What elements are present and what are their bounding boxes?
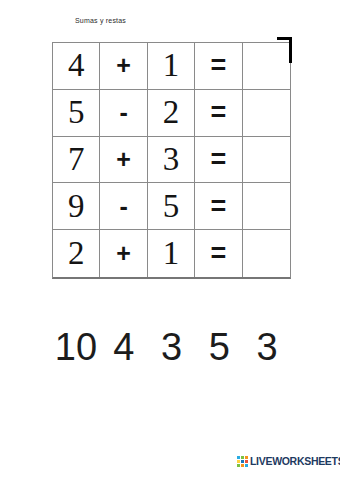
operand-cell: 5 <box>148 183 195 230</box>
answer-bank: 10 4 3 5 3 <box>52 326 291 364</box>
answer-cell[interactable] <box>243 137 290 184</box>
equations-table: 4 + 1 = 5 - 2 = 7 + 3 = 9 - 5 = 2 + 1 = <box>52 42 291 279</box>
equals-cell: = <box>195 137 242 184</box>
liveworksheets-logo: LIVEWORKSHEETS <box>237 455 340 467</box>
drop-zone-corner-mark <box>277 37 292 63</box>
operand-cell: 2 <box>148 90 195 137</box>
answer-cell[interactable] <box>243 90 290 137</box>
worksheet-page: { "game": "sumas-y-restas (addition and … <box>0 0 340 480</box>
answer-option[interactable]: 10 <box>52 326 100 369</box>
operator-cell: - <box>100 90 147 137</box>
equals-cell: = <box>195 230 242 277</box>
liveworksheets-wordmark: LIVEWORKSHEETS <box>250 455 340 467</box>
operator-cell: + <box>100 230 147 277</box>
equals-cell: = <box>195 43 242 90</box>
operator-cell: + <box>100 43 147 90</box>
answer-cell[interactable] <box>243 230 290 277</box>
operator-cell: + <box>100 137 147 184</box>
equals-cell: = <box>195 183 242 230</box>
operator-cell: - <box>100 183 147 230</box>
answer-option[interactable]: 3 <box>243 326 291 369</box>
worksheet-grid-icon <box>237 456 248 467</box>
operand-cell: 4 <box>53 43 100 90</box>
worksheet-title: Sumas y restas <box>75 17 126 24</box>
equals-cell: = <box>195 90 242 137</box>
answer-option[interactable]: 4 <box>100 326 148 369</box>
operand-cell: 2 <box>53 230 100 277</box>
answer-option[interactable]: 3 <box>148 326 196 369</box>
operand-cell: 3 <box>148 137 195 184</box>
operand-cell: 5 <box>53 90 100 137</box>
operand-cell: 9 <box>53 183 100 230</box>
operand-cell: 1 <box>148 43 195 90</box>
answer-option[interactable]: 5 <box>195 326 243 369</box>
operand-cell: 7 <box>53 137 100 184</box>
answer-cell[interactable] <box>243 183 290 230</box>
operand-cell: 1 <box>148 230 195 277</box>
